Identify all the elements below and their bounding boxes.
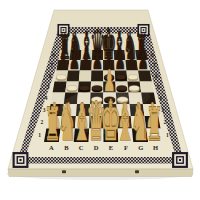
rank-label-right-7: 7 xyxy=(153,62,156,68)
rank-label-left-7: 7 xyxy=(50,62,53,68)
hinge-clasp-right xyxy=(135,170,139,173)
black-pawn-d7: ♟ xyxy=(92,43,103,75)
black-pawn-b7: ♟ xyxy=(69,43,80,75)
white-checker-b5 xyxy=(67,85,77,92)
white-checker-g5 xyxy=(129,85,139,92)
black-pawn-h7: ♟ xyxy=(137,43,148,75)
corner-motif-bottom-left xyxy=(14,153,28,167)
rank-label-right-2: 2 xyxy=(163,119,166,125)
black-pawn-c7: ♟ xyxy=(80,43,91,75)
corner-motif-bottom-right xyxy=(173,153,187,167)
chessboard-photo: A B C D E F G H 8 7 6 5 4 3 2 1 8 7 6 5 … xyxy=(0,0,200,200)
rank-label-left-6: 6 xyxy=(49,73,52,79)
black-pawn-a7: ♟ xyxy=(57,43,68,75)
rank-label-right-5: 5 xyxy=(157,84,160,90)
white-checker-a6 xyxy=(56,75,66,81)
white-rook-h1: ♜ xyxy=(146,98,163,150)
rank-label-right-6: 6 xyxy=(155,73,158,79)
rank-label-left-1: 1 xyxy=(38,132,41,138)
product-photo-scene: A B C D E F G H 8 7 6 5 4 3 2 1 8 7 6 5 … xyxy=(0,0,200,200)
rank-label-right-8: 8 xyxy=(151,52,154,58)
rank-label-left-8: 8 xyxy=(52,52,55,58)
black-pawn-g7: ♟ xyxy=(126,43,137,75)
white-checker-g6 xyxy=(128,75,138,81)
dark-checker-f6 xyxy=(116,75,126,81)
rank-label-left-5: 5 xyxy=(47,84,50,90)
rank-label-right-1: 1 xyxy=(166,132,169,138)
hinge-clasp-left xyxy=(62,170,66,173)
black-pawn-f7: ♟ xyxy=(115,43,126,75)
board-side-edge xyxy=(8,169,193,177)
square-a5 xyxy=(53,82,67,93)
